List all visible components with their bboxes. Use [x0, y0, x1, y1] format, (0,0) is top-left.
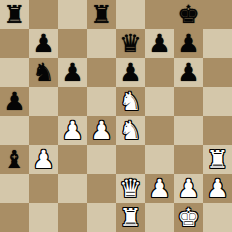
square-e3[interactable]: [116, 145, 145, 174]
square-h7[interactable]: [203, 29, 232, 58]
white-pawn: ♟: [32, 145, 54, 174]
square-d8[interactable]: ♜: [87, 0, 116, 29]
square-b2[interactable]: [29, 174, 58, 203]
square-g2[interactable]: ♟: [174, 174, 203, 203]
black-rook: ♜: [90, 0, 112, 29]
white-king: ♚: [177, 203, 199, 232]
square-e1[interactable]: ♜: [116, 203, 145, 232]
square-f4[interactable]: [145, 116, 174, 145]
square-a6[interactable]: [0, 58, 29, 87]
square-e5[interactable]: ♞: [116, 87, 145, 116]
square-e2[interactable]: ♛: [116, 174, 145, 203]
square-c7[interactable]: [58, 29, 87, 58]
black-queen: ♛: [119, 29, 141, 58]
square-f8[interactable]: [145, 0, 174, 29]
square-g5[interactable]: [174, 87, 203, 116]
square-b8[interactable]: [29, 0, 58, 29]
black-pawn: ♟: [61, 58, 83, 87]
square-b6[interactable]: ♞: [29, 58, 58, 87]
square-h4[interactable]: [203, 116, 232, 145]
square-h6[interactable]: [203, 58, 232, 87]
square-e6[interactable]: ♟: [116, 58, 145, 87]
white-pawn: ♟: [90, 116, 112, 145]
square-d6[interactable]: [87, 58, 116, 87]
square-a2[interactable]: [0, 174, 29, 203]
black-knight: ♞: [32, 58, 54, 87]
square-f5[interactable]: [145, 87, 174, 116]
white-queen: ♛: [119, 174, 141, 203]
square-f7[interactable]: ♟: [145, 29, 174, 58]
square-g3[interactable]: [174, 145, 203, 174]
square-h1[interactable]: [203, 203, 232, 232]
square-h8[interactable]: [203, 0, 232, 29]
square-c6[interactable]: ♟: [58, 58, 87, 87]
square-f3[interactable]: [145, 145, 174, 174]
white-rook: ♜: [119, 203, 141, 232]
black-rook: ♜: [3, 0, 25, 29]
square-a4[interactable]: [0, 116, 29, 145]
square-e7[interactable]: ♛: [116, 29, 145, 58]
white-pawn: ♟: [61, 116, 83, 145]
square-d1[interactable]: [87, 203, 116, 232]
square-f6[interactable]: [145, 58, 174, 87]
white-pawn: ♟: [148, 174, 170, 203]
square-b5[interactable]: [29, 87, 58, 116]
black-pawn: ♟: [177, 58, 199, 87]
white-knight: ♞: [119, 116, 141, 145]
square-c2[interactable]: [58, 174, 87, 203]
square-d4[interactable]: ♟: [87, 116, 116, 145]
square-c4[interactable]: ♟: [58, 116, 87, 145]
square-g7[interactable]: ♟: [174, 29, 203, 58]
square-c8[interactable]: [58, 0, 87, 29]
black-pawn: ♟: [3, 87, 25, 116]
square-g1[interactable]: ♚: [174, 203, 203, 232]
white-rook: ♜: [206, 145, 228, 174]
square-c5[interactable]: [58, 87, 87, 116]
black-king: ♚: [177, 0, 199, 29]
square-e4[interactable]: ♞: [116, 116, 145, 145]
square-b7[interactable]: ♟: [29, 29, 58, 58]
square-f1[interactable]: [145, 203, 174, 232]
square-h2[interactable]: ♟: [203, 174, 232, 203]
chess-board: ♜♜♚♟♛♟♟♞♟♟♟♟♞♟♟♞♝♟♜♛♟♟♟♜♚: [0, 0, 232, 232]
white-knight: ♞: [119, 87, 141, 116]
square-a8[interactable]: ♜: [0, 0, 29, 29]
black-pawn: ♟: [148, 29, 170, 58]
black-pawn: ♟: [119, 58, 141, 87]
square-a3[interactable]: ♝: [0, 145, 29, 174]
square-e8[interactable]: [116, 0, 145, 29]
square-b3[interactable]: ♟: [29, 145, 58, 174]
black-pawn: ♟: [32, 29, 54, 58]
square-d5[interactable]: [87, 87, 116, 116]
square-g6[interactable]: ♟: [174, 58, 203, 87]
square-d2[interactable]: [87, 174, 116, 203]
white-pawn: ♟: [177, 174, 199, 203]
square-b1[interactable]: [29, 203, 58, 232]
black-pawn: ♟: [177, 29, 199, 58]
square-g4[interactable]: [174, 116, 203, 145]
square-c1[interactable]: [58, 203, 87, 232]
square-f2[interactable]: ♟: [145, 174, 174, 203]
square-c3[interactable]: [58, 145, 87, 174]
black-bishop: ♝: [3, 145, 25, 174]
square-a5[interactable]: ♟: [0, 87, 29, 116]
square-b4[interactable]: [29, 116, 58, 145]
square-a1[interactable]: [0, 203, 29, 232]
square-a7[interactable]: [0, 29, 29, 58]
square-g8[interactable]: ♚: [174, 0, 203, 29]
square-d7[interactable]: [87, 29, 116, 58]
white-pawn: ♟: [206, 174, 228, 203]
square-d3[interactable]: [87, 145, 116, 174]
square-h5[interactable]: [203, 87, 232, 116]
square-h3[interactable]: ♜: [203, 145, 232, 174]
